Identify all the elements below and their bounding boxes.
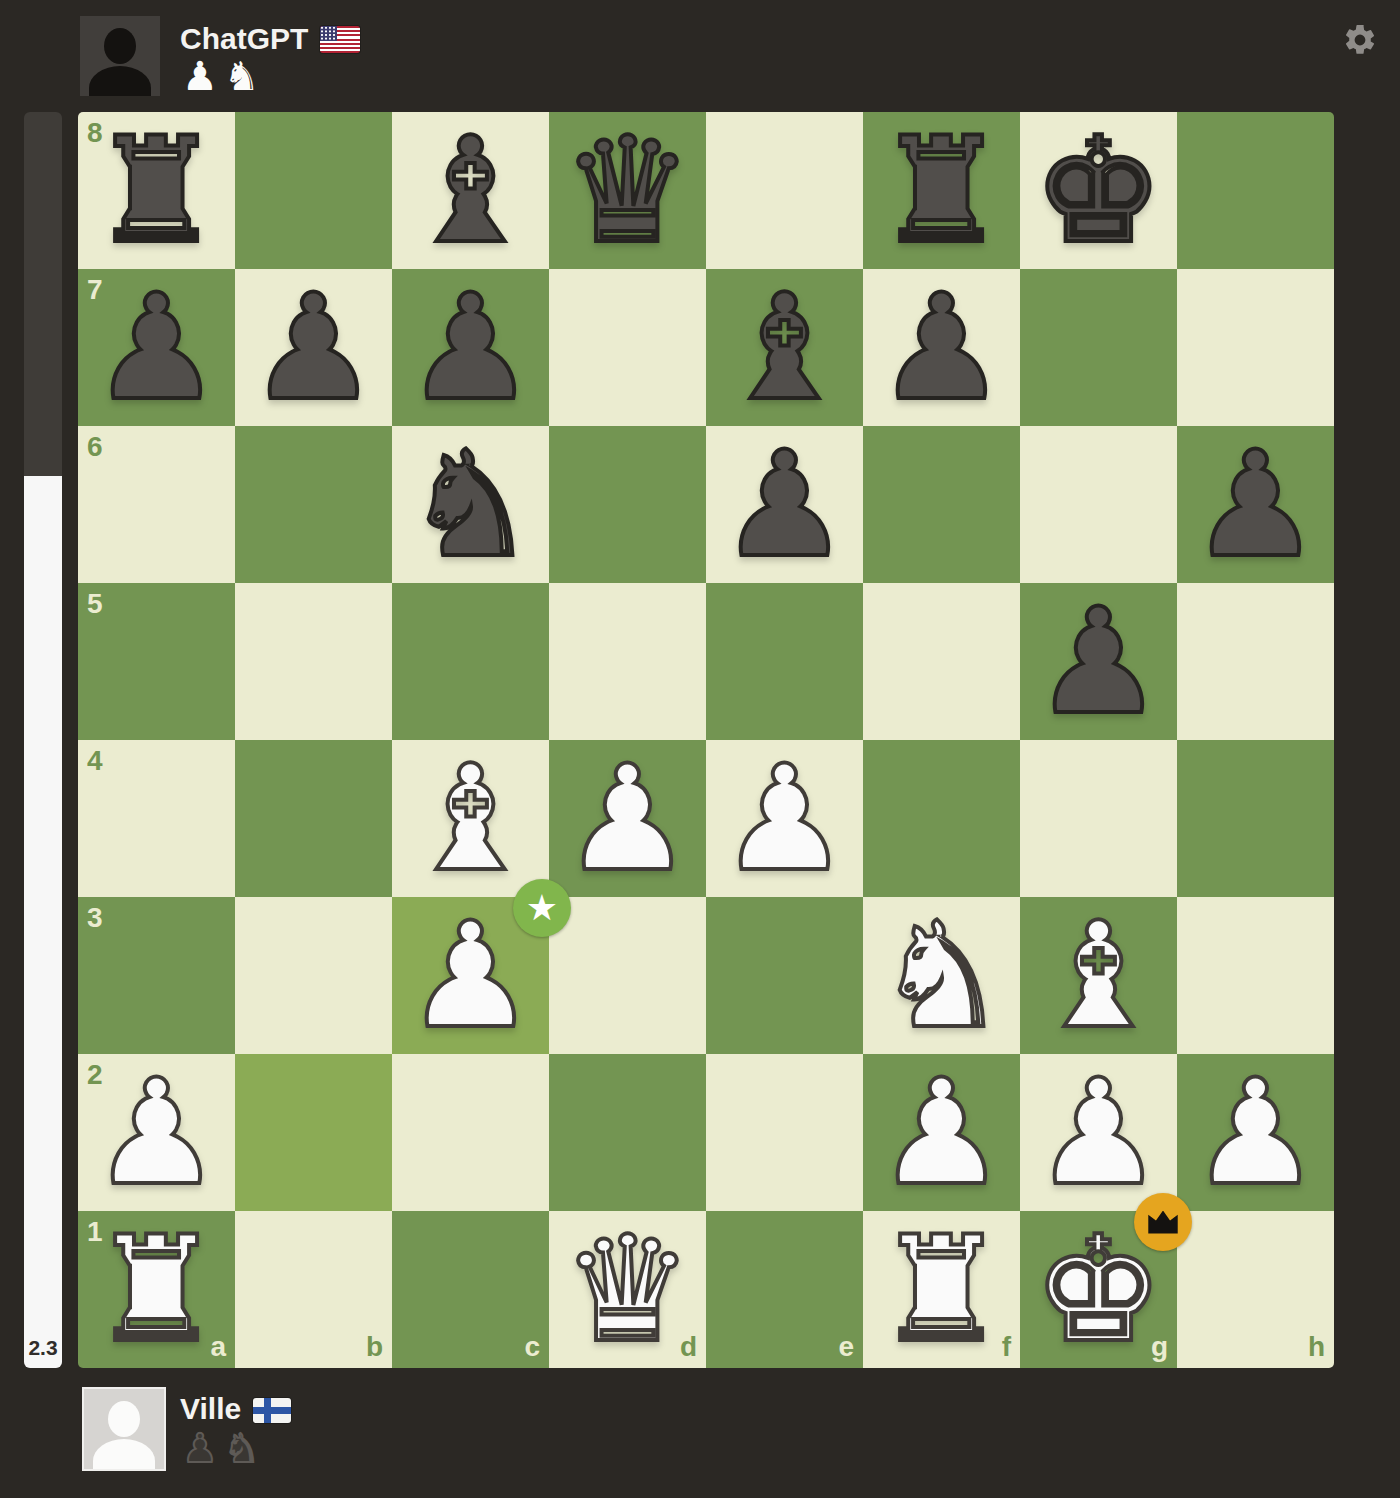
avatar-silhouette-icon [108,1401,140,1437]
piece-white-pawn-g2[interactable]: ♟ [1033,1054,1164,1211]
square-e1[interactable]: e [706,1211,863,1368]
bottom-player-name-text: Ville [180,1392,241,1425]
square-d8[interactable]: ♛ [549,112,706,269]
piece-white-pawn-f2[interactable]: ♟ [876,1054,1007,1211]
square-a3[interactable]: 3 [78,897,235,1054]
square-b8[interactable] [235,112,392,269]
piece-black-pawn-c7[interactable]: ♟ [405,269,536,426]
square-b7[interactable]: ♟ [235,269,392,426]
top-player-captured-pieces: ♟ ♞ [182,56,260,96]
square-h8[interactable] [1177,112,1334,269]
square-d6[interactable] [549,426,706,583]
piece-white-bishop-g3[interactable]: ♝ [1033,897,1164,1054]
square-h6[interactable]: ♟ [1177,426,1334,583]
piece-black-knight-c6[interactable]: ♞ [405,426,536,583]
square-b1[interactable]: b [235,1211,392,1368]
square-e5[interactable] [706,583,863,740]
top-player-name-text: ChatGPT [180,22,308,55]
square-d4[interactable]: ♟ [549,740,706,897]
piece-black-bishop-c8[interactable]: ♝ [405,112,536,269]
square-h2[interactable]: ♟ [1177,1054,1334,1211]
top-player-avatar[interactable] [80,16,160,96]
square-b4[interactable] [235,740,392,897]
bottom-player-name[interactable]: Ville [180,1392,291,1426]
us-flag-canton [320,26,337,41]
square-f1[interactable]: f♜ [863,1211,1020,1368]
square-f3[interactable]: ♞ [863,897,1020,1054]
square-a2[interactable]: 2♟ [78,1054,235,1211]
piece-black-pawn-e6[interactable]: ♟ [719,426,850,583]
piece-black-pawn-g5[interactable]: ♟ [1033,583,1164,740]
square-a6[interactable]: 6 [78,426,235,583]
top-player-name[interactable]: ChatGPT [180,22,360,56]
piece-black-rook-a8[interactable]: ♜ [91,112,222,269]
square-a4[interactable]: 4 [78,740,235,897]
square-h4[interactable] [1177,740,1334,897]
piece-white-rook-a1[interactable]: ♜ [91,1211,222,1368]
finland-flag-icon [253,1398,291,1423]
piece-black-pawn-b7[interactable]: ♟ [248,269,379,426]
square-g4[interactable] [1020,740,1177,897]
avatar-silhouette-icon [89,66,151,96]
square-b6[interactable] [235,426,392,583]
square-h7[interactable] [1177,269,1334,426]
evaluation-bar-white-portion [24,476,62,1368]
square-e6[interactable]: ♟ [706,426,863,583]
piece-black-bishop-e7[interactable]: ♝ [719,269,850,426]
square-a7[interactable]: 7♟ [78,269,235,426]
square-d1[interactable]: d♛ [549,1211,706,1368]
square-h5[interactable] [1177,583,1334,740]
square-c6[interactable]: ♞ [392,426,549,583]
bottom-player-captured-pieces: ♟ ♞ [182,1428,260,1468]
captured-black-knight-icon: ♞ [224,1428,260,1468]
bottom-player-avatar[interactable] [82,1387,166,1471]
rank-label-4: 4 [87,747,103,775]
piece-white-rook-f1[interactable]: ♜ [876,1211,1007,1368]
captured-white-pawn-icon: ♟ [182,56,218,96]
file-label-b: b [366,1333,383,1361]
square-d3[interactable] [549,897,706,1054]
square-c5[interactable] [392,583,549,740]
square-c4[interactable]: ♝ [392,740,549,897]
square-b2[interactable] [235,1054,392,1211]
square-e3[interactable] [706,897,863,1054]
square-f5[interactable] [863,583,1020,740]
square-g5[interactable]: ♟ [1020,583,1177,740]
piece-black-king-g8[interactable]: ♚ [1033,112,1164,269]
square-g8[interactable]: ♚ [1020,112,1177,269]
square-e8[interactable] [706,112,863,269]
square-e4[interactable]: ♟ [706,740,863,897]
square-d2[interactable] [549,1054,706,1211]
settings-gear-icon[interactable] [1342,22,1378,58]
square-g7[interactable] [1020,269,1177,426]
square-f4[interactable] [863,740,1020,897]
square-g6[interactable] [1020,426,1177,583]
square-d5[interactable] [549,583,706,740]
file-label-c: c [524,1333,540,1361]
file-label-h: h [1308,1333,1325,1361]
evaluation-bar: 2.3 [24,112,62,1368]
square-c8[interactable]: ♝ [392,112,549,269]
piece-black-pawn-a7[interactable]: ♟ [91,269,222,426]
square-c1[interactable]: c [392,1211,549,1368]
chess-board: 8♜♝♛♜♚7♟♟♟♝♟6♞♟♟5♟4♝♟♟3♟♞♝2♟♟♟♟1a♜bcd♛ef… [78,112,1334,1368]
square-c2[interactable] [392,1054,549,1211]
square-a8[interactable]: 8♜ [78,112,235,269]
square-b3[interactable] [235,897,392,1054]
rank-label-3: 3 [87,904,103,932]
rank-label-5: 5 [87,590,103,618]
app-root: { "game": "chess", "position": { "fen": … [0,0,1400,1498]
piece-white-bishop-c4[interactable]: ♝ [405,740,536,897]
captured-white-knight-icon: ♞ [224,56,260,96]
file-label-e: e [838,1333,854,1361]
piece-black-rook-f8[interactable]: ♜ [876,112,1007,269]
square-h1[interactable]: h [1177,1211,1334,1368]
square-a5[interactable]: 5 [78,583,235,740]
winner-crown-badge [1134,1193,1192,1251]
square-c7[interactable]: ♟ [392,269,549,426]
square-g3[interactable]: ♝ [1020,897,1177,1054]
square-a1[interactable]: 1a♜ [78,1211,235,1368]
star-icon: ★ [526,890,558,926]
avatar-silhouette-icon [104,28,136,64]
square-e2[interactable] [706,1054,863,1211]
piece-black-queen-d8[interactable]: ♛ [562,112,693,269]
square-g2[interactable]: ♟ [1020,1054,1177,1211]
piece-black-pawn-f7[interactable]: ♟ [876,269,1007,426]
piece-black-pawn-h6[interactable]: ♟ [1190,426,1321,583]
piece-white-knight-f3[interactable]: ♞ [876,897,1007,1054]
square-f7[interactable]: ♟ [863,269,1020,426]
us-flag-icon [320,26,360,53]
square-b5[interactable] [235,583,392,740]
square-e7[interactable]: ♝ [706,269,863,426]
piece-white-pawn-h2[interactable]: ♟ [1190,1054,1321,1211]
captured-black-pawn-icon: ♟ [182,1428,218,1468]
piece-white-pawn-a2[interactable]: ♟ [91,1054,222,1211]
avatar-silhouette-icon [93,1439,155,1471]
square-h3[interactable] [1177,897,1334,1054]
crown-icon [1147,1211,1179,1234]
best-move-badge: ★ [513,879,571,937]
piece-white-queen-d1[interactable]: ♛ [562,1211,693,1368]
square-f2[interactable]: ♟ [863,1054,1020,1211]
piece-white-pawn-d4[interactable]: ♟ [562,740,693,897]
piece-white-pawn-e4[interactable]: ♟ [719,740,850,897]
evaluation-score: 2.3 [24,1336,62,1360]
square-f8[interactable]: ♜ [863,112,1020,269]
rank-label-6: 6 [87,433,103,461]
square-d7[interactable] [549,269,706,426]
square-f6[interactable] [863,426,1020,583]
